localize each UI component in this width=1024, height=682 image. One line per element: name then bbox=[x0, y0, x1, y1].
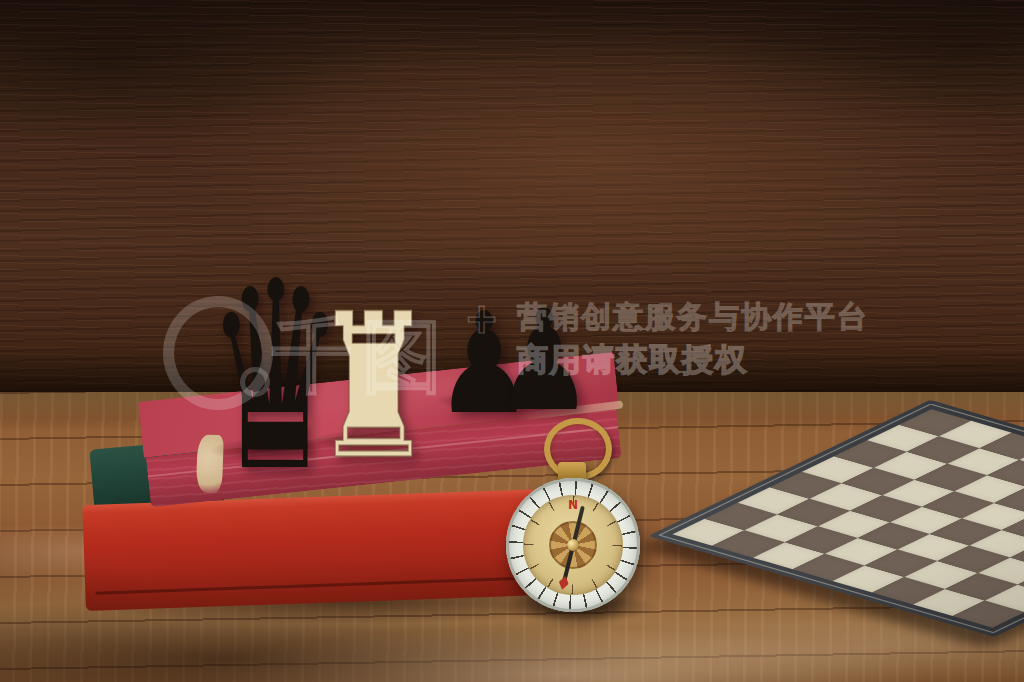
white-rook-piece[interactable]: ♜ bbox=[313, 287, 422, 487]
compass: N bbox=[506, 478, 640, 612]
compass-pivot bbox=[567, 539, 579, 551]
compass-dial: N bbox=[523, 495, 623, 595]
compass-north-label: N bbox=[523, 498, 623, 512]
black-pawn-piece[interactable]: ♟ bbox=[495, 291, 582, 431]
scene: ♛ ♜ ♟ ♟ N 千图 + 营销创意服务与协作平台 商用请获取授权 bbox=[0, 0, 1024, 682]
